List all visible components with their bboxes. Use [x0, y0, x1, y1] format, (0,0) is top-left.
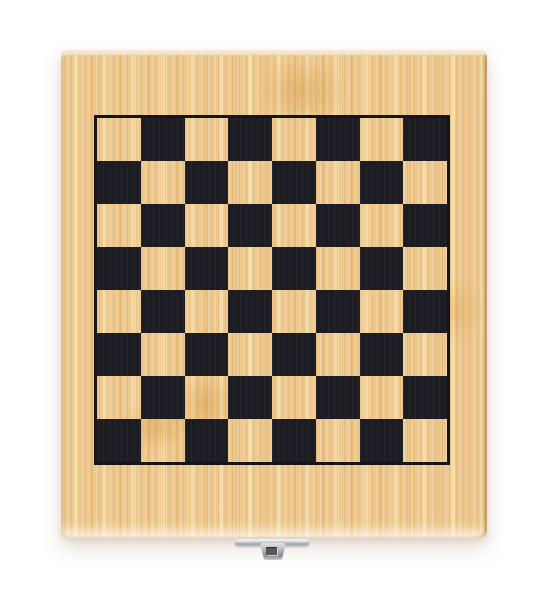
- square-c8: [185, 118, 229, 161]
- square-d5: [228, 247, 272, 290]
- square-c1: [185, 419, 229, 462]
- square-e7: [272, 161, 316, 204]
- square-f4: [316, 290, 360, 333]
- square-d2: [228, 376, 272, 419]
- square-d8: [228, 118, 272, 161]
- square-e1: [272, 419, 316, 462]
- square-b7: [141, 161, 185, 204]
- chess-board: [94, 115, 450, 465]
- square-a8: [97, 118, 141, 161]
- product-photo: [0, 0, 540, 610]
- square-g8: [360, 118, 404, 161]
- square-e3: [272, 333, 316, 376]
- square-g6: [360, 204, 404, 247]
- square-c3: [185, 333, 229, 376]
- square-g3: [360, 333, 404, 376]
- square-f8: [316, 118, 360, 161]
- square-g7: [360, 161, 404, 204]
- square-b2: [141, 376, 185, 419]
- square-c4: [185, 290, 229, 333]
- square-f7: [316, 161, 360, 204]
- square-h3: [403, 333, 447, 376]
- square-h6: [403, 204, 447, 247]
- square-c5: [185, 247, 229, 290]
- square-h5: [403, 247, 447, 290]
- square-a2: [97, 376, 141, 419]
- square-d1: [228, 419, 272, 462]
- box-top-edge-highlight: [61, 50, 487, 55]
- square-a5: [97, 247, 141, 290]
- square-e4: [272, 290, 316, 333]
- square-g1: [360, 419, 404, 462]
- square-h7: [403, 161, 447, 204]
- box-clasp: [235, 536, 309, 566]
- box-right-edge-shadow: [484, 54, 487, 534]
- square-d6: [228, 204, 272, 247]
- square-f5: [316, 247, 360, 290]
- square-d3: [228, 333, 272, 376]
- square-c6: [185, 204, 229, 247]
- square-c2: [185, 376, 229, 419]
- square-e8: [272, 118, 316, 161]
- square-b6: [141, 204, 185, 247]
- square-a6: [97, 204, 141, 247]
- square-b8: [141, 118, 185, 161]
- square-e2: [272, 376, 316, 419]
- square-f6: [316, 204, 360, 247]
- square-b3: [141, 333, 185, 376]
- square-e5: [272, 247, 316, 290]
- square-e6: [272, 204, 316, 247]
- square-a4: [97, 290, 141, 333]
- square-h2: [403, 376, 447, 419]
- square-b5: [141, 247, 185, 290]
- square-f1: [316, 419, 360, 462]
- square-d4: [228, 290, 272, 333]
- square-d7: [228, 161, 272, 204]
- square-h4: [403, 290, 447, 333]
- square-g5: [360, 247, 404, 290]
- square-a7: [97, 161, 141, 204]
- chess-box: [61, 50, 487, 538]
- square-f3: [316, 333, 360, 376]
- square-b4: [141, 290, 185, 333]
- square-f2: [316, 376, 360, 419]
- clasp-slot: [266, 547, 277, 555]
- square-a1: [97, 419, 141, 462]
- square-a3: [97, 333, 141, 376]
- square-b1: [141, 419, 185, 462]
- square-g2: [360, 376, 404, 419]
- square-g4: [360, 290, 404, 333]
- chess-board-grid: [97, 118, 447, 462]
- square-h1: [403, 419, 447, 462]
- square-h8: [403, 118, 447, 161]
- clasp-hook: [260, 543, 286, 560]
- square-c7: [185, 161, 229, 204]
